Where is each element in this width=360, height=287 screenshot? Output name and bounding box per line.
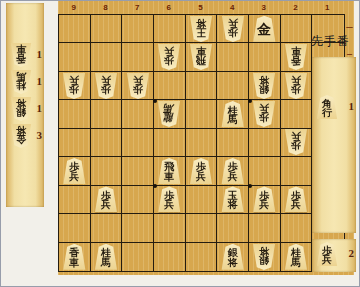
square-4七[interactable]: 玉将 [217,186,249,214]
file-label-6: 6 [153,2,185,13]
piece-金-sente[interactable]: 金 [252,16,276,42]
piece-歩兵-gote[interactable]: 歩兵 [157,44,181,70]
hand-count-香車: 1 [37,48,43,60]
square-2一[interactable] [281,15,313,43]
square-6三[interactable] [154,72,186,100]
square-4六[interactable]: 歩兵 [217,157,249,185]
piece-歩兵-sente[interactable]: 歩兵 [316,242,338,266]
piece-龍馬-gote[interactable]: 龍馬 [157,101,181,127]
piece-飛車-gote[interactable]: 飛車 [189,44,213,70]
square-2六[interactable] [281,157,313,185]
piece-歩兵-sente[interactable]: 歩兵 [221,158,245,184]
sente-pawn-list: 歩兵2 [312,239,356,270]
piece-歩兵-gote[interactable]: 歩兵 [284,73,308,99]
square-7七[interactable] [122,186,154,214]
square-7一[interactable] [122,15,154,43]
piece-歩兵-sente[interactable]: 歩兵 [284,186,308,212]
square-8一[interactable] [91,15,123,43]
hand-count-歩兵: 2 [349,247,355,259]
square-2五[interactable]: 歩兵 [281,129,313,157]
piece-歩兵-gote[interactable]: 歩兵 [284,129,308,155]
hand-count-角行: 1 [349,100,355,112]
square-7二[interactable] [122,43,154,71]
square-5六[interactable]: 歩兵 [186,157,218,185]
square-5二[interactable]: 飛車 [186,43,218,71]
piece-香車-gote[interactable]: 香車 [10,43,32,67]
square-3三[interactable]: 銀将 [249,72,281,100]
piece-歩兵-gote[interactable]: 歩兵 [221,16,245,42]
sente-hand-list: 角行1 [312,57,356,123]
file-label-3: 3 [248,2,280,13]
square-6二[interactable]: 歩兵 [154,43,186,71]
piece-桂馬-sente[interactable]: 桂馬 [284,244,308,270]
piece-香車-sente[interactable]: 香車 [62,244,86,270]
hand-香車[interactable]: 香車1 [6,43,44,67]
piece-銀将-gote[interactable]: 銀将 [252,244,276,270]
piece-飛車-sente[interactable]: 飛車 [157,158,181,184]
hand-歩兵[interactable]: 歩兵2 [312,242,356,270]
piece-銀将-sente[interactable]: 銀将 [221,244,245,270]
piece-銀将-gote[interactable]: 銀将 [10,97,32,121]
square-8五[interactable] [91,129,123,157]
square-7九[interactable] [122,243,154,271]
piece-香車-gote[interactable]: 香車 [284,44,308,70]
piece-玉将-sente[interactable]: 玉将 [221,186,245,212]
square-4二[interactable] [217,43,249,71]
square-3八[interactable] [249,214,281,242]
piece-歩兵-gote[interactable]: 歩兵 [252,101,276,127]
turn-indicator: 先手番 [311,33,360,50]
piece-歩兵-sente[interactable]: 歩兵 [252,186,276,212]
file-label-2: 2 [280,2,312,13]
square-6四[interactable]: 龍馬 [154,100,186,128]
hand-銀将[interactable]: 銀将1 [6,97,44,121]
piece-桂馬-sente[interactable]: 桂馬 [94,244,118,270]
square-6六[interactable]: 飛車 [154,157,186,185]
hand-金将[interactable]: 金将3 [6,124,44,148]
board-grid: 王将歩兵金歩兵飛車香車歩兵歩兵歩兵銀将歩兵龍馬桂馬歩兵歩兵歩兵飛車歩兵歩兵歩兵歩… [58,14,345,272]
piece-歩兵-sente[interactable]: 歩兵 [94,186,118,212]
piece-桂馬-gote[interactable]: 桂馬 [10,70,32,94]
sente-hand-panel: 角行1 [312,57,356,233]
square-4三[interactable] [217,72,249,100]
square-4八[interactable] [217,214,249,242]
square-4一[interactable]: 歩兵 [217,15,249,43]
square-2二[interactable]: 香車 [281,43,313,71]
square-3七[interactable]: 歩兵 [249,186,281,214]
square-3五[interactable] [249,129,281,157]
shogi-board: 987654321 王将歩兵金歩兵飛車香車歩兵歩兵歩兵銀将歩兵龍馬桂馬歩兵歩兵歩… [58,1,354,275]
square-8三[interactable]: 歩兵 [91,72,123,100]
square-4四[interactable]: 桂馬 [217,100,249,128]
square-7四[interactable] [122,100,154,128]
square-9八[interactable] [59,214,91,242]
square-5八[interactable] [186,214,218,242]
square-8七[interactable]: 歩兵 [91,186,123,214]
square-5一[interactable]: 王将 [186,15,218,43]
square-7六[interactable] [122,157,154,185]
hoshi-dot [153,184,157,188]
gote-hand-panel: 香車1桂馬1銀将1金将3 [6,3,44,207]
file-label-4: 4 [216,2,248,13]
sente-pawn-tray: 歩兵2 [312,239,356,272]
piece-金将-gote[interactable]: 金将 [10,124,32,148]
square-6五[interactable] [154,129,186,157]
square-7三[interactable]: 歩兵 [122,72,154,100]
square-8四[interactable] [91,100,123,128]
square-3一[interactable]: 金 [249,15,281,43]
square-3九[interactable]: 銀将 [249,243,281,271]
square-5三[interactable] [186,72,218,100]
square-9四[interactable] [59,100,91,128]
square-6一[interactable] [154,15,186,43]
piece-歩兵-gote[interactable]: 歩兵 [62,73,86,99]
hoshi-dot [248,99,252,103]
piece-角行-sente[interactable]: 角行 [316,95,338,119]
square-9一[interactable] [59,15,91,43]
square-3四[interactable]: 歩兵 [249,100,281,128]
square-5九[interactable] [186,243,218,271]
piece-歩兵-gote[interactable]: 歩兵 [94,73,118,99]
piece-銀将-gote[interactable]: 銀将 [252,73,276,99]
square-2四[interactable] [281,100,313,128]
gote-hand-list: 香車1桂馬1銀将1金将3 [6,3,44,148]
square-5五[interactable] [186,129,218,157]
square-9五[interactable] [59,129,91,157]
square-8八[interactable] [91,214,123,242]
file-label-8: 8 [90,2,122,13]
square-3六[interactable] [249,157,281,185]
square-5四[interactable] [186,100,218,128]
square-5七[interactable] [186,186,218,214]
piece-桂馬-sente[interactable]: 桂馬 [221,101,245,127]
square-9七[interactable] [59,186,91,214]
hand-count-桂馬: 1 [37,75,43,87]
square-6八[interactable] [154,214,186,242]
square-4五[interactable] [217,129,249,157]
square-9三[interactable]: 歩兵 [59,72,91,100]
square-3二[interactable] [249,43,281,71]
file-labels: 987654321 [58,2,343,13]
square-8六[interactable] [91,157,123,185]
square-9二[interactable] [59,43,91,71]
square-9九[interactable]: 香車 [59,243,91,271]
file-label-9: 9 [58,2,90,13]
shogi-app: 香車1桂馬1銀将1金将3 987654321 王将歩兵金歩兵飛車香車歩兵歩兵歩兵… [0,0,360,287]
square-8九[interactable]: 桂馬 [91,243,123,271]
file-label-1: 1 [311,2,343,13]
hoshi-dot [153,99,157,103]
piece-歩兵-sente[interactable]: 歩兵 [157,186,181,212]
square-2三[interactable]: 歩兵 [281,72,313,100]
hoshi-dot [248,184,252,188]
square-2九[interactable]: 桂馬 [281,243,313,271]
square-7五[interactable] [122,129,154,157]
piece-歩兵-gote[interactable]: 歩兵 [126,73,150,99]
hand-桂馬[interactable]: 桂馬1 [6,70,44,94]
square-6七[interactable]: 歩兵 [154,186,186,214]
hand-count-銀将: 1 [37,102,43,114]
square-2七[interactable]: 歩兵 [281,186,313,214]
square-6九[interactable] [154,243,186,271]
square-7八[interactable] [122,214,154,242]
hand-角行[interactable]: 角行1 [312,95,356,123]
piece-王将-gote[interactable]: 王将 [189,16,213,42]
square-2八[interactable] [281,214,313,242]
file-label-7: 7 [121,2,153,13]
square-8二[interactable] [91,43,123,71]
hand-count-金将: 3 [37,129,43,141]
square-9六[interactable]: 歩兵 [59,157,91,185]
piece-歩兵-sente[interactable]: 歩兵 [62,158,86,184]
file-label-5: 5 [185,2,217,13]
piece-歩兵-sente[interactable]: 歩兵 [189,158,213,184]
square-4九[interactable]: 銀将 [217,243,249,271]
